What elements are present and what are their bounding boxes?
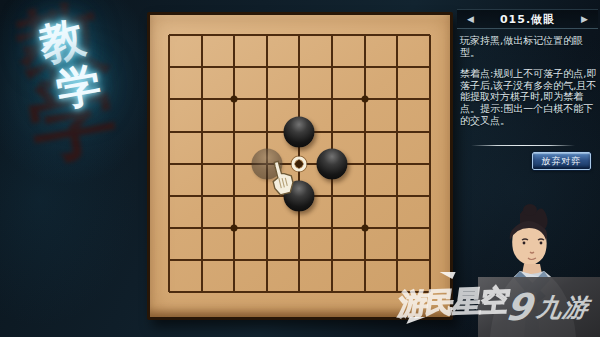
grid-line <box>168 180 170 212</box>
grid-line <box>364 148 366 180</box>
board-intersection-E9[interactable] <box>283 19 316 51</box>
grid-line <box>413 163 429 165</box>
board-intersection-G5[interactable] <box>348 148 381 180</box>
board-intersection-B7[interactable] <box>185 83 218 115</box>
lesson-objective: 玩家持黑,做出标记位置的眼型。 <box>460 35 597 58</box>
grid-line <box>413 227 429 229</box>
grid-line <box>331 276 333 292</box>
board-intersection-B9[interactable] <box>185 19 218 51</box>
panel-divider <box>471 145 575 146</box>
board-intersection-G7[interactable] <box>348 83 381 115</box>
grid-line <box>413 66 429 68</box>
grid-line <box>331 35 333 51</box>
grid-line <box>233 51 235 83</box>
board-intersection-F1[interactable] <box>316 276 349 308</box>
grid-line <box>331 180 333 212</box>
board-intersection-J7[interactable] <box>413 83 446 115</box>
goban-grid[interactable] <box>153 19 446 309</box>
grid-line <box>168 83 170 115</box>
board-intersection-H6[interactable] <box>381 115 414 147</box>
grid-line <box>233 35 235 51</box>
hand-cursor-icon <box>265 160 297 198</box>
grid-line <box>201 51 203 83</box>
board-intersection-F2[interactable] <box>316 244 349 276</box>
board-intersection-H7[interactable] <box>381 83 414 115</box>
grid-line <box>201 180 203 212</box>
board-intersection-D3[interactable] <box>250 212 283 244</box>
grid-line <box>233 276 235 292</box>
grid-line <box>331 115 333 147</box>
board-intersection-A8[interactable] <box>153 51 186 83</box>
board-intersection-B4[interactable] <box>185 180 218 212</box>
ink-stroke-decoration: 教 <box>5 0 117 112</box>
board-intersection-B6[interactable] <box>185 115 218 147</box>
board-intersection-C7[interactable] <box>218 83 251 115</box>
board-intersection-H2[interactable] <box>381 244 414 276</box>
grid-line <box>298 83 300 115</box>
board-intersection-H9[interactable] <box>381 19 414 51</box>
star-point <box>361 96 368 103</box>
grid-line <box>233 180 235 212</box>
grid-line <box>266 276 268 292</box>
board-intersection-E6[interactable] <box>283 115 316 147</box>
board-intersection-H4[interactable] <box>381 180 414 212</box>
black-stone <box>316 148 347 179</box>
board-intersection-D6[interactable] <box>250 115 283 147</box>
grid-line <box>396 83 398 115</box>
grid-line <box>364 180 366 212</box>
board-intersection-E2[interactable] <box>283 244 316 276</box>
grid-line <box>364 115 366 147</box>
board-intersection-G1[interactable] <box>348 276 381 308</box>
lesson-title: 015.做眼 <box>457 12 598 27</box>
nine-game-name: 九游 <box>534 291 591 324</box>
grid-line <box>396 180 398 212</box>
lesson-rule-note: 禁着点:规则上不可落子的点,即落子后,该子没有多余的气,且不能提取对方棋子时,即… <box>460 68 597 126</box>
board-intersection-C9[interactable] <box>218 19 251 51</box>
board-intersection-G4[interactable] <box>348 180 381 212</box>
grid-line <box>168 212 170 244</box>
board-intersection-F7[interactable] <box>316 83 349 115</box>
grid-line <box>169 66 185 68</box>
grid-line <box>298 244 300 276</box>
give-up-button[interactable]: 放弃对弈 <box>532 152 591 170</box>
grid-line <box>201 244 203 276</box>
star-point <box>231 96 238 103</box>
grid-line <box>331 51 333 83</box>
grid-line <box>298 35 300 51</box>
board-intersection-F4[interactable] <box>316 180 349 212</box>
grid-line <box>413 259 429 261</box>
board-intersection-G2[interactable] <box>348 244 381 276</box>
grid-line <box>169 195 185 197</box>
grid-line <box>233 244 235 276</box>
grid-line <box>168 276 170 292</box>
board-intersection-E3[interactable] <box>283 212 316 244</box>
grid-line <box>266 51 268 83</box>
board-intersection-H8[interactable] <box>381 51 414 83</box>
grid-line <box>364 276 366 292</box>
grid-line <box>201 115 203 147</box>
board-intersection-B3[interactable] <box>185 212 218 244</box>
grid-line <box>266 212 268 244</box>
star-point <box>361 225 368 232</box>
grid-line <box>266 115 268 147</box>
grid-line <box>331 244 333 276</box>
grid-line <box>233 148 235 180</box>
board-intersection-C3[interactable] <box>218 212 251 244</box>
board-intersection-A2[interactable] <box>153 244 186 276</box>
board-intersection-C6[interactable] <box>218 115 251 147</box>
grid-line <box>429 83 431 115</box>
grid-line <box>429 244 431 276</box>
black-stone <box>284 116 315 147</box>
board-intersection-G9[interactable] <box>348 19 381 51</box>
tutorial-banner: 教 学 教 学 <box>0 0 130 230</box>
grid-line <box>201 212 203 244</box>
grid-line <box>429 115 431 147</box>
board-intersection-J6[interactable] <box>413 115 446 147</box>
board-intersection-C2[interactable] <box>218 244 251 276</box>
board-intersection-E8[interactable] <box>283 51 316 83</box>
board-intersection-G6[interactable] <box>348 115 381 147</box>
board-intersection-D9[interactable] <box>250 19 283 51</box>
go-board[interactable] <box>147 12 453 320</box>
grid-line <box>429 212 431 244</box>
board-intersection-F3[interactable] <box>316 212 349 244</box>
grid-line <box>266 83 268 115</box>
grid-line <box>396 276 398 292</box>
grid-line <box>168 115 170 147</box>
grid-line <box>168 244 170 276</box>
board-intersection-A6[interactable] <box>153 115 186 147</box>
board-intersection-B5[interactable] <box>185 148 218 180</box>
board-intersection-A3[interactable] <box>153 212 186 244</box>
board-intersection-E1[interactable] <box>283 276 316 308</box>
board-intersection-A7[interactable] <box>153 83 186 115</box>
board-intersection-A1[interactable] <box>153 276 186 308</box>
grid-line <box>396 51 398 83</box>
grid-line <box>169 98 185 100</box>
grid-line <box>169 291 185 293</box>
grid-line <box>169 163 185 165</box>
board-intersection-F5[interactable] <box>316 148 349 180</box>
grid-line <box>429 180 431 212</box>
board-intersection-H3[interactable] <box>381 212 414 244</box>
grid-line <box>396 115 398 147</box>
board-intersection-G3[interactable] <box>348 212 381 244</box>
board-intersection-C1[interactable] <box>218 276 251 308</box>
grid-line <box>168 35 170 51</box>
grid-line <box>169 131 185 133</box>
grid-line <box>413 98 429 100</box>
grid-line <box>429 148 431 180</box>
board-intersection-B1[interactable] <box>185 276 218 308</box>
board-intersection-D7[interactable] <box>250 83 283 115</box>
grid-line <box>201 83 203 115</box>
board-intersection-F9[interactable] <box>316 19 349 51</box>
grid-line <box>364 51 366 83</box>
grid-line <box>233 115 235 147</box>
grid-line <box>168 51 170 83</box>
gamersky-arrow-icon <box>436 272 455 279</box>
board-intersection-D2[interactable] <box>250 244 283 276</box>
star-point <box>231 225 238 232</box>
board-intersection-D1[interactable] <box>250 276 283 308</box>
board-intersection-F6[interactable] <box>316 115 349 147</box>
grid-line <box>331 83 333 115</box>
grid-line <box>169 227 185 229</box>
board-intersection-A5[interactable] <box>153 148 186 180</box>
grid-line <box>429 51 431 83</box>
grid-line <box>331 212 333 244</box>
grid-line <box>298 276 300 292</box>
board-intersection-J5[interactable] <box>413 148 446 180</box>
grid-line <box>298 51 300 83</box>
grid-line <box>413 195 429 197</box>
board-intersection-B2[interactable] <box>185 244 218 276</box>
lesson-title-bar: ◀ 015.做眼 ▶ <box>457 9 598 29</box>
board-intersection-J9[interactable] <box>413 19 446 51</box>
grid-line <box>413 131 429 133</box>
lesson-text: 玩家持黑,做出标记位置的眼型。 禁着点:规则上不可落子的点,即落子后,该子没有多… <box>460 35 597 136</box>
grid-line <box>364 244 366 276</box>
board-intersection-F8[interactable] <box>316 51 349 83</box>
board-intersection-G8[interactable] <box>348 51 381 83</box>
board-intersection-J3[interactable] <box>413 212 446 244</box>
board-intersection-C8[interactable] <box>218 51 251 83</box>
board-intersection-C5[interactable] <box>218 148 251 180</box>
board-intersection-B8[interactable] <box>185 51 218 83</box>
grid-line <box>396 244 398 276</box>
grid-line <box>396 212 398 244</box>
grid-line <box>364 35 366 51</box>
ink-stroke-decoration: 学 <box>20 55 125 185</box>
grid-line <box>201 35 203 51</box>
board-intersection-J8[interactable] <box>413 51 446 83</box>
banner-char-teach: 教 <box>34 8 91 76</box>
grid-line <box>201 148 203 180</box>
board-intersection-A9[interactable] <box>153 19 186 51</box>
grid-line <box>413 34 429 36</box>
grid-line <box>169 34 185 36</box>
grid-line <box>266 35 268 51</box>
banner-char-learn: 学 <box>52 55 106 121</box>
grid-line <box>396 148 398 180</box>
grid-line <box>298 212 300 244</box>
board-intersection-D8[interactable] <box>250 51 283 83</box>
grid-line <box>201 276 203 292</box>
board-intersection-C4[interactable] <box>218 180 251 212</box>
board-intersection-A4[interactable] <box>153 180 186 212</box>
board-intersection-H5[interactable] <box>381 148 414 180</box>
grid-line <box>396 35 398 51</box>
grid-line <box>168 148 170 180</box>
grid-line <box>266 244 268 276</box>
grid-line <box>169 259 185 261</box>
grid-line <box>429 35 431 51</box>
board-intersection-E7[interactable] <box>283 83 316 115</box>
gamersky-watermark: 游民星空 <box>396 281 510 325</box>
board-intersection-J4[interactable] <box>413 180 446 212</box>
